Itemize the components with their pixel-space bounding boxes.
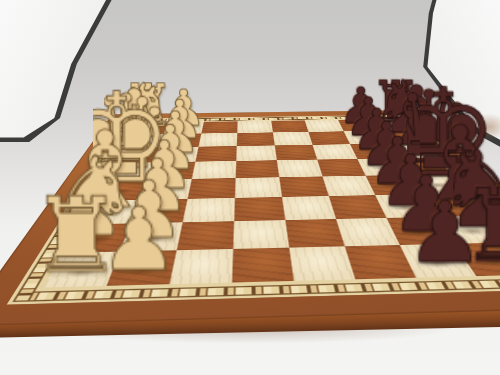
square-c4 — [236, 145, 277, 161]
piece-shadow — [170, 126, 200, 132]
square-h4 — [232, 248, 294, 283]
piece-shadow — [373, 181, 414, 190]
piece-shadow — [417, 181, 460, 190]
piece-shadow — [385, 135, 419, 141]
piece-shadow — [343, 123, 374, 128]
square-b3 — [199, 133, 238, 147]
board-stage: ♜♞♝♛♚♝♞♜♟♟♟♟♟♟♟♟♜♞♝♛♚♝♞♜♟♟♟♟♟♟♟♟ — [114, 112, 426, 375]
square-a3 — [201, 121, 237, 133]
piece-shadow — [115, 262, 169, 278]
softbox-right-stain — [464, 112, 500, 142]
square-f3 — [183, 198, 235, 222]
piece-shadow — [134, 126, 165, 132]
piece-shadow — [411, 255, 466, 271]
piece-shadow — [86, 208, 132, 219]
square-d3 — [192, 161, 236, 179]
piece-shadow — [109, 168, 148, 176]
square-e4 — [235, 177, 282, 198]
square-d5 — [277, 160, 323, 178]
piece-shadow — [127, 232, 175, 245]
square-a6 — [305, 120, 344, 132]
piece-shadow — [159, 152, 193, 159]
square-b4 — [237, 132, 275, 146]
square-b5 — [273, 132, 313, 146]
square-g4 — [233, 220, 289, 249]
square-a4 — [237, 121, 273, 133]
piece-shadow — [71, 233, 122, 247]
piece-shadow — [384, 202, 429, 213]
square-e5 — [279, 176, 329, 197]
piece-shadow — [395, 148, 431, 155]
piece-shadow — [153, 168, 190, 176]
square-g5 — [285, 219, 344, 248]
piece-shadow — [405, 163, 444, 171]
piece-shadow — [146, 186, 186, 196]
chess-board: ♜♞♝♛♚♝♞♜♟♟♟♟♟♟♟♟♜♞♝♛♚♝♞♜♟♟♟♟♟♟♟♟ — [0, 110, 500, 326]
square-g3 — [177, 221, 234, 250]
square-h3 — [170, 249, 234, 284]
square-a5 — [271, 120, 308, 132]
square-e3 — [188, 178, 236, 199]
square-f5 — [282, 196, 336, 220]
piece-shadow — [356, 149, 391, 156]
square-h5 — [289, 246, 355, 281]
piece-shadow — [377, 123, 409, 128]
product-photo-scene: ♜♞♝♛♚♝♞♜♟♟♟♟♟♟♟♟♜♞♝♛♚♝♞♜♟♟♟♟♟♟♟♟ — [0, 0, 500, 375]
piece-shadow — [127, 139, 160, 145]
piece-shadow — [165, 138, 197, 144]
piece-shadow — [98, 187, 140, 197]
piece-shadow — [118, 152, 154, 159]
piece-shadow — [431, 201, 478, 212]
piece-shadow — [137, 207, 181, 218]
piece-shadow — [448, 225, 499, 238]
square-f4 — [234, 197, 285, 221]
square-c3 — [195, 146, 236, 162]
piece-shadow — [364, 164, 402, 172]
piece-shadow — [349, 135, 382, 141]
piece-shadow — [53, 263, 110, 279]
square-c5 — [275, 145, 317, 160]
square-d4 — [236, 160, 280, 178]
piece-shadow — [396, 226, 446, 239]
